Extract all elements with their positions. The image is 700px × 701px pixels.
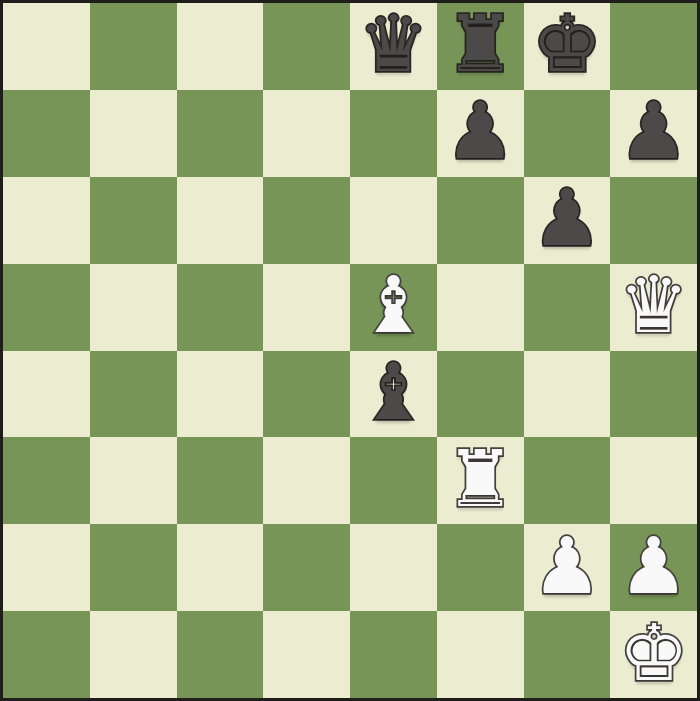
square-g2[interactable]: ♟ bbox=[524, 524, 611, 611]
square-e1[interactable] bbox=[350, 611, 437, 698]
square-c5[interactable] bbox=[177, 264, 264, 351]
square-c6[interactable] bbox=[177, 177, 264, 264]
square-a7[interactable] bbox=[3, 90, 90, 177]
black-rook-f8[interactable]: ♜ bbox=[445, 5, 515, 83]
white-king-h1[interactable]: ♚ bbox=[619, 614, 689, 692]
square-h1[interactable]: ♚ bbox=[610, 611, 697, 698]
black-king-g8[interactable]: ♚ bbox=[532, 5, 602, 83]
square-b7[interactable] bbox=[90, 90, 177, 177]
square-a2[interactable] bbox=[3, 524, 90, 611]
square-h4[interactable] bbox=[610, 351, 697, 438]
black-pawn-h7[interactable]: ♟ bbox=[619, 92, 689, 170]
square-g8[interactable]: ♚ bbox=[524, 3, 611, 90]
black-pawn-g6[interactable]: ♟ bbox=[532, 179, 602, 257]
square-d6[interactable] bbox=[263, 177, 350, 264]
square-f2[interactable] bbox=[437, 524, 524, 611]
square-f5[interactable] bbox=[437, 264, 524, 351]
square-f4[interactable] bbox=[437, 351, 524, 438]
square-b1[interactable] bbox=[90, 611, 177, 698]
square-b2[interactable] bbox=[90, 524, 177, 611]
square-c7[interactable] bbox=[177, 90, 264, 177]
square-d4[interactable] bbox=[263, 351, 350, 438]
square-h3[interactable] bbox=[610, 437, 697, 524]
square-h2[interactable]: ♟ bbox=[610, 524, 697, 611]
white-rook-f3[interactable]: ♜ bbox=[445, 440, 515, 518]
square-d5[interactable] bbox=[263, 264, 350, 351]
square-e5[interactable]: ♝ bbox=[350, 264, 437, 351]
square-e8[interactable]: ♛ bbox=[350, 3, 437, 90]
square-a3[interactable] bbox=[3, 437, 90, 524]
square-a5[interactable] bbox=[3, 264, 90, 351]
square-a6[interactable] bbox=[3, 177, 90, 264]
square-g7[interactable] bbox=[524, 90, 611, 177]
square-b5[interactable] bbox=[90, 264, 177, 351]
square-d2[interactable] bbox=[263, 524, 350, 611]
square-c1[interactable] bbox=[177, 611, 264, 698]
black-pawn-f7[interactable]: ♟ bbox=[445, 92, 515, 170]
black-bishop-e4[interactable]: ♝ bbox=[358, 353, 428, 431]
board-frame: ♛♜♚♟♟♟♝♛♝♜♟♟♚ bbox=[0, 0, 700, 701]
square-a8[interactable] bbox=[3, 3, 90, 90]
square-d8[interactable] bbox=[263, 3, 350, 90]
square-c4[interactable] bbox=[177, 351, 264, 438]
white-queen-h5[interactable]: ♛ bbox=[619, 266, 689, 344]
square-d1[interactable] bbox=[263, 611, 350, 698]
square-g5[interactable] bbox=[524, 264, 611, 351]
square-b8[interactable] bbox=[90, 3, 177, 90]
square-f3[interactable]: ♜ bbox=[437, 437, 524, 524]
square-g4[interactable] bbox=[524, 351, 611, 438]
square-c2[interactable] bbox=[177, 524, 264, 611]
square-g3[interactable] bbox=[524, 437, 611, 524]
square-e2[interactable] bbox=[350, 524, 437, 611]
square-b6[interactable] bbox=[90, 177, 177, 264]
square-f7[interactable]: ♟ bbox=[437, 90, 524, 177]
square-h8[interactable] bbox=[610, 3, 697, 90]
chess-board: ♛♜♚♟♟♟♝♛♝♜♟♟♚ bbox=[3, 3, 697, 698]
square-e7[interactable] bbox=[350, 90, 437, 177]
square-e4[interactable]: ♝ bbox=[350, 351, 437, 438]
square-a1[interactable] bbox=[3, 611, 90, 698]
square-d7[interactable] bbox=[263, 90, 350, 177]
black-queen-e8[interactable]: ♛ bbox=[358, 5, 428, 83]
square-f6[interactable] bbox=[437, 177, 524, 264]
square-g6[interactable]: ♟ bbox=[524, 177, 611, 264]
white-bishop-e5[interactable]: ♝ bbox=[358, 266, 428, 344]
square-b3[interactable] bbox=[90, 437, 177, 524]
square-b4[interactable] bbox=[90, 351, 177, 438]
square-d3[interactable] bbox=[263, 437, 350, 524]
square-h6[interactable] bbox=[610, 177, 697, 264]
white-pawn-g2[interactable]: ♟ bbox=[532, 527, 602, 605]
square-e6[interactable] bbox=[350, 177, 437, 264]
white-pawn-h2[interactable]: ♟ bbox=[619, 527, 689, 605]
square-f1[interactable] bbox=[437, 611, 524, 698]
square-h5[interactable]: ♛ bbox=[610, 264, 697, 351]
square-f8[interactable]: ♜ bbox=[437, 3, 524, 90]
square-c8[interactable] bbox=[177, 3, 264, 90]
square-c3[interactable] bbox=[177, 437, 264, 524]
square-h7[interactable]: ♟ bbox=[610, 90, 697, 177]
square-g1[interactable] bbox=[524, 611, 611, 698]
square-e3[interactable] bbox=[350, 437, 437, 524]
square-a4[interactable] bbox=[3, 351, 90, 438]
